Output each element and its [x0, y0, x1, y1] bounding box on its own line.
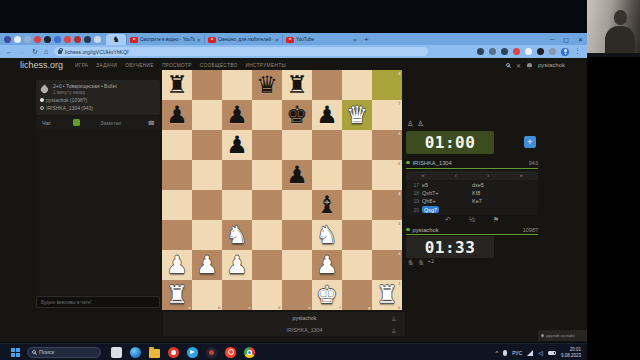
game-actions: ↶ ½ ⚑	[406, 214, 538, 225]
square-f1[interactable]: ♚f	[312, 280, 342, 310]
file-coordinate: g	[368, 305, 370, 310]
logged-in-username[interactable]: pystachok	[538, 62, 565, 68]
header-right: ✕ pystachok	[506, 58, 565, 72]
square-h6[interactable]: 6	[372, 130, 402, 160]
bottom-player-underline	[406, 234, 538, 235]
square-c5[interactable]	[222, 160, 252, 190]
nav-item-5[interactable]: СООБЩЕСТВО	[200, 63, 238, 68]
black-rook: ♜	[166, 70, 188, 100]
game-meta-line1: 2+0 • Товарищеская • Bullet	[53, 83, 156, 89]
black-pawn: ♟	[166, 100, 188, 130]
move-row: 18Qxh7+Kf8	[406, 189, 538, 197]
lichess-favicon-knight-icon: ♞	[112, 36, 119, 44]
active-tab-lichess[interactable]: ♞	[106, 34, 126, 45]
white-player-row[interactable]: pystachok (1098?)	[40, 97, 156, 103]
takeback-icon[interactable]: ↶	[445, 215, 451, 225]
square-f5[interactable]	[312, 160, 342, 190]
search-icon	[32, 350, 36, 354]
white-clock-time: 01:33	[425, 238, 476, 257]
crosstable-row[interactable]: IRISHKA_1304♙	[163, 324, 405, 336]
extension-icon[interactable]	[513, 48, 520, 55]
back-icon[interactable]: ←	[6, 48, 13, 55]
move-black[interactable]: dxe5	[472, 182, 522, 188]
square-e7[interactable]: ♚	[282, 100, 312, 130]
chess-board: ♜♛♜8♟♟♚♟♛7♟6♟5♝4♞♞3♟♟♟♟2♜abcde♚fg♜h1	[162, 70, 402, 310]
file-coordinate: c	[248, 305, 250, 310]
square-g2[interactable]	[342, 250, 372, 280]
pinned-tab-icon[interactable]	[74, 36, 81, 43]
extension-icon[interactable]	[477, 48, 484, 55]
square-c8[interactable]	[222, 70, 252, 100]
square-h1[interactable]: ♜h1	[372, 280, 402, 310]
pinned-tab-icon[interactable]	[14, 36, 21, 43]
square-d7[interactable]	[252, 100, 282, 130]
rank-coordinate: 4	[398, 191, 400, 196]
white-queen: ♛	[346, 100, 368, 130]
square-f8[interactable]	[312, 70, 342, 100]
profile-avatar[interactable]	[561, 48, 569, 56]
square-a3[interactable]	[162, 220, 192, 250]
square-c3[interactable]: ♞	[222, 220, 252, 250]
first-move-icon[interactable]: «	[421, 171, 424, 180]
square-g6[interactable]	[342, 130, 372, 160]
browser-menu-icon[interactable]: ⋮	[574, 47, 581, 55]
square-f2[interactable]: ♟	[312, 250, 342, 280]
white-clock: 01:33	[406, 236, 494, 258]
move-black[interactable]: Kf8	[472, 190, 522, 196]
white-pawn: ♟	[166, 250, 188, 280]
white-knight: ♞	[226, 220, 248, 250]
file-coordinate: a	[188, 305, 190, 310]
tab-title: Смешно, для любителей - Yo	[218, 37, 273, 42]
square-e2[interactable]	[282, 250, 312, 280]
top-player-row[interactable]: IRISHKA_1304 943	[406, 158, 538, 167]
chat-toggle[interactable]	[73, 119, 80, 126]
move-white[interactable]: Qxg7	[422, 207, 472, 213]
black-color-icon	[40, 106, 44, 110]
taskbar-app-opera[interactable]	[225, 347, 236, 358]
square-b6[interactable]	[192, 130, 222, 160]
lichess-logo[interactable]: lichess.org	[20, 60, 63, 70]
rank-coordinate: 2	[398, 251, 400, 256]
lichess-page: lichess.org ИГРАЗАДАЧИОБУЧЕНИЕПРОСМОТРСО…	[0, 58, 587, 342]
chat-input[interactable]	[36, 296, 160, 308]
square-h8[interactable]: 8	[372, 70, 402, 100]
square-c6[interactable]: ♟	[222, 130, 252, 160]
tab-close-icon[interactable]: ✕	[275, 37, 279, 43]
move-number: 19	[406, 198, 422, 204]
tab-title: Смотрите в видео - YouTube 5	[140, 37, 195, 42]
search-icon[interactable]	[506, 63, 510, 67]
friend-dot-icon	[541, 334, 544, 337]
address-bar[interactable]: lichess.org/IgVCUHuYhKQf	[54, 47, 428, 56]
youtube-favicon-icon	[286, 37, 294, 43]
square-d5[interactable]	[252, 160, 282, 190]
system-tray: ^ РУС ◁ 20:01 9.08.2023	[496, 344, 586, 360]
square-f6[interactable]	[312, 130, 342, 160]
square-c7[interactable]: ♟	[222, 100, 252, 130]
forward-icon[interactable]: →	[19, 48, 26, 55]
move-nav-strip: « ‹ › »	[406, 171, 538, 180]
crosstable-name: IRISHKA_1304	[163, 327, 391, 333]
bullet-icon	[40, 85, 50, 95]
taskbar-app-edge[interactable]	[130, 347, 141, 358]
square-h2[interactable]: 2	[372, 250, 402, 280]
extension-icon[interactable]	[501, 48, 508, 55]
notifications-bell-icon[interactable]	[527, 63, 532, 67]
volume-icon[interactable]: ◁	[538, 349, 543, 356]
file-coordinate: b	[218, 305, 220, 310]
taskbar-clock[interactable]: 20:01 9.08.2023	[561, 347, 585, 358]
pinned-tab-icon[interactable]	[4, 36, 11, 43]
square-d3[interactable]	[252, 220, 282, 250]
white-pawn: ♟	[316, 250, 338, 280]
black-pawn: ♟	[316, 100, 338, 130]
search-placeholder: Поиск	[39, 349, 54, 355]
taskbar-app-opera-red[interactable]	[168, 347, 179, 358]
file-coordinate: f	[339, 305, 340, 310]
top-player-name: IRISHKA_1304	[413, 160, 452, 166]
square-a8[interactable]: ♜	[162, 70, 192, 100]
taskbar-search[interactable]: Поиск	[27, 347, 101, 358]
square-c2[interactable]: ♟	[222, 250, 252, 280]
lichess-nav: ИГРАЗАДАЧИОБУЧЕНИЕПРОСМОТРСООБЩЕСТВОИНСТ…	[75, 63, 286, 68]
taskbar-app-task-view[interactable]	[111, 347, 122, 358]
tab-close-icon[interactable]: ✕	[197, 37, 201, 43]
browser-window: ♞ Смотрите в видео - YouTube 5✕Смешно, д…	[0, 33, 587, 342]
resign-flag-icon[interactable]: ⚑	[493, 215, 499, 225]
close-button[interactable]: ✕	[578, 36, 583, 43]
taskbar-app-telegram[interactable]	[187, 347, 198, 358]
challenges-icon[interactable]: ✕	[516, 62, 521, 69]
square-g4[interactable]	[342, 190, 372, 220]
top-player-rating: 943	[529, 160, 538, 166]
move-white[interactable]: e5	[422, 182, 472, 188]
tray-mic-icon[interactable]	[503, 350, 507, 356]
bottom-player-name: pystachok	[413, 227, 439, 233]
square-a1[interactable]: ♜a	[162, 280, 192, 310]
rank-coordinate: 6	[398, 131, 400, 136]
square-d2[interactable]	[252, 250, 282, 280]
move-row: 17e5dxe5	[406, 181, 538, 189]
move-row: 19Qh8+Ke7	[406, 197, 538, 205]
black-bishop: ♝	[316, 190, 338, 220]
network-icon[interactable]	[527, 350, 533, 356]
square-g5[interactable]	[342, 160, 372, 190]
crosstable-name: pystachok	[163, 315, 391, 321]
square-e6[interactable]	[282, 130, 312, 160]
nav-item-1[interactable]: ИГРА	[75, 63, 88, 68]
reload-icon[interactable]: ↻	[32, 48, 38, 55]
home-icon[interactable]: ⌂	[44, 48, 48, 55]
square-d4[interactable]	[252, 190, 282, 220]
webcam-bottom-strip	[587, 53, 640, 57]
square-g3[interactable]	[342, 220, 372, 250]
browser-tab-3[interactable]: YouTube✕	[282, 34, 360, 45]
windows-taskbar: Поиск ^ РУС ◁ 20:01 9.08.2023	[0, 343, 587, 360]
square-e8[interactable]: ♜	[282, 70, 312, 100]
black-pawn: ♟	[286, 160, 308, 190]
square-a4[interactable]	[162, 190, 192, 220]
taskbar-date: 9.08.2023	[561, 353, 581, 359]
game-meta-line2: 1 минуту назад	[53, 90, 156, 95]
person-head	[614, 10, 627, 25]
black-player-label: IRISHKA_1304 (943)	[46, 105, 93, 111]
chat-tabs-row: Чат Заметки ☎	[36, 116, 160, 129]
square-a5[interactable]	[162, 160, 192, 190]
square-d6[interactable]	[252, 130, 282, 160]
captured-by-black-tray: ♙ ♙	[407, 120, 425, 128]
square-g7[interactable]: ♛	[342, 100, 372, 130]
move-list: 17e5dxe518Qxh7+Kf819Qh8+Ke720Qxg7	[406, 180, 538, 215]
nav-item-3[interactable]: ОБУЧЕНИЕ	[125, 63, 154, 68]
battery-icon[interactable]	[548, 351, 556, 355]
new-tab-button[interactable]: +	[364, 35, 369, 44]
rank-coordinate: 5	[398, 161, 400, 166]
square-b5[interactable]	[192, 160, 222, 190]
friends-online-label: другой онлайн	[546, 333, 575, 338]
square-b2[interactable]: ♟	[192, 250, 222, 280]
black-king: ♚	[286, 100, 308, 130]
rank-coordinate: 1	[398, 281, 400, 286]
taskbar-apps	[111, 347, 255, 358]
tab-notes[interactable]: Заметки	[100, 120, 121, 126]
rank-coordinate: 3	[398, 221, 400, 226]
screen: ♞ Смотрите в видео - YouTube 5✕Смешно, д…	[0, 0, 640, 360]
square-h3[interactable]: 3	[372, 220, 402, 250]
material-advantage: +2	[428, 258, 435, 264]
square-b1[interactable]: b	[192, 280, 222, 310]
pinned-tab-icon[interactable]	[34, 36, 41, 43]
taskbar-app-obs[interactable]	[206, 347, 217, 358]
zen-phone-icon[interactable]: ☎	[148, 119, 155, 126]
start-button[interactable]	[11, 348, 20, 357]
youtube-favicon-icon	[208, 37, 216, 43]
browser-tab-1[interactable]: Смотрите в видео - YouTube 5✕	[126, 34, 204, 45]
square-b3[interactable]	[192, 220, 222, 250]
black-pawn: ♟	[226, 100, 248, 130]
move-number: 18	[406, 190, 422, 196]
url-text: lichess.org/IgVCUHuYhKQf	[65, 49, 128, 55]
language-indicator[interactable]: РУС	[512, 350, 522, 356]
pinned-tab-icon[interactable]	[54, 36, 61, 43]
square-f3[interactable]: ♞	[312, 220, 342, 250]
online-dot-icon	[406, 161, 410, 165]
crosstable-pawn-icon: ♙	[391, 315, 405, 322]
square-h7[interactable]: 7	[372, 100, 402, 130]
nav-item-6[interactable]: ИНСТРУМЕНТЫ	[246, 63, 286, 68]
square-e3[interactable]	[282, 220, 312, 250]
black-clock: 01:00	[406, 131, 494, 154]
browser-tabs: Смотрите в видео - YouTube 5✕Смешно, для…	[126, 33, 360, 45]
bottom-player-row[interactable]: pystachok 1098?	[406, 225, 538, 234]
pinned-tab-icon[interactable]	[94, 36, 101, 43]
white-pawn: ♟	[226, 250, 248, 280]
window-controls: ─ ▢ ✕	[550, 33, 583, 45]
minimize-button[interactable]: ─	[550, 36, 554, 42]
file-coordinate: h	[398, 305, 400, 310]
youtube-favicon-icon	[130, 37, 138, 43]
white-color-icon	[40, 98, 44, 102]
black-pawn: ♟	[226, 130, 248, 160]
white-knight: ♞	[316, 220, 338, 250]
square-d1[interactable]: d	[252, 280, 282, 310]
square-a2[interactable]: ♟	[162, 250, 192, 280]
square-g8[interactable]	[342, 70, 372, 100]
square-h5[interactable]: 5	[372, 160, 402, 190]
crosstable-row[interactable]: pystachok♙	[163, 312, 405, 324]
extension-icon[interactable]	[489, 48, 496, 55]
prev-move-icon[interactable]: ‹	[455, 171, 457, 180]
white-pawn: ♟	[196, 250, 218, 280]
rank-coordinate: 7	[398, 101, 400, 106]
extension-icon[interactable]	[537, 48, 544, 55]
pinned-tab-icon[interactable]	[64, 36, 71, 43]
chat-messages-area	[36, 129, 160, 295]
last-move-icon[interactable]: »	[519, 171, 522, 180]
online-dot-icon	[406, 228, 410, 232]
offer-draw-icon[interactable]: ½	[469, 215, 475, 225]
black-queen: ♛	[256, 70, 278, 100]
square-h4[interactable]: 4	[372, 190, 402, 220]
white-king: ♚	[316, 280, 338, 310]
lock-icon	[58, 50, 62, 54]
next-move-icon[interactable]: ›	[487, 171, 489, 180]
nav-item-4[interactable]: ПРОСМОТР	[162, 63, 192, 68]
square-c1[interactable]: c	[222, 280, 252, 310]
white-rook: ♜	[166, 280, 188, 310]
square-f7[interactable]: ♟	[312, 100, 342, 130]
captured-by-white-tray: ♞ ♞ +2	[407, 258, 435, 267]
person-torso	[605, 26, 635, 53]
browser-tab-2[interactable]: Смешно, для любителей - Yo✕	[204, 34, 282, 45]
crosstable: pystachok♙IRISHKA_1304♙	[163, 312, 405, 336]
black-player-row[interactable]: IRISHKA_1304 (943)	[40, 105, 156, 111]
taskbar-app-chrome[interactable]	[244, 347, 255, 358]
game-meta-box: 2+0 • Товарищеская • Bullet 1 минуту наз…	[36, 80, 160, 115]
maximize-button[interactable]: ▢	[563, 36, 569, 43]
square-f4[interactable]: ♝	[312, 190, 342, 220]
white-rook: ♜	[376, 280, 398, 310]
tab-chat[interactable]: Чат	[42, 120, 51, 126]
webcam-overlay	[587, 0, 640, 53]
taskbar-app-explorer[interactable]	[149, 349, 160, 358]
square-e4[interactable]	[282, 190, 312, 220]
top-player-underline	[406, 168, 538, 169]
square-b7[interactable]	[192, 100, 222, 130]
square-g1[interactable]: g	[342, 280, 372, 310]
square-e1[interactable]: e	[282, 280, 312, 310]
pinned-tab-icon[interactable]	[44, 36, 51, 43]
tab-close-icon[interactable]: ✕	[353, 37, 357, 43]
move-number: 17	[406, 182, 422, 188]
square-e5[interactable]: ♟	[282, 160, 312, 190]
captured-knights: ♞ ♞	[407, 258, 425, 267]
move-number: 20	[406, 207, 422, 213]
crosstable-pawn-icon: ♙	[391, 327, 405, 334]
move-row: 20Qxg7	[406, 206, 538, 214]
black-rook: ♜	[286, 70, 308, 100]
black-clock-time: 01:00	[425, 133, 476, 152]
square-b8[interactable]	[192, 70, 222, 100]
browser-tab-strip: ♞ Смотрите в видео - YouTube 5✕Смешно, д…	[0, 33, 587, 45]
extension-icon[interactable]	[525, 48, 532, 55]
square-a6[interactable]	[162, 130, 192, 160]
square-d8[interactable]: ♛	[252, 70, 282, 100]
tab-title: YouTube	[296, 37, 351, 42]
give-more-time-button[interactable]: +	[524, 136, 536, 148]
extension-icons	[477, 45, 569, 58]
pinned-tab-icon[interactable]	[24, 36, 31, 43]
bottom-player-rating: 1098?	[523, 227, 538, 233]
move-white[interactable]: Qxh7+	[422, 190, 472, 196]
file-coordinate: e	[308, 305, 310, 310]
file-coordinate: d	[278, 305, 280, 310]
friends-online-bar[interactable]: другой онлайн	[538, 330, 587, 341]
square-c4[interactable]	[222, 190, 252, 220]
nav-item-2[interactable]: ЗАДАЧИ	[96, 63, 117, 68]
rank-coordinate: 8	[398, 71, 400, 76]
move-white[interactable]: Qh8+	[422, 198, 472, 204]
white-player-label: pystachok (1098?)	[46, 97, 87, 103]
move-black[interactable]: Ke7	[472, 198, 522, 204]
square-b4[interactable]	[192, 190, 222, 220]
square-a7[interactable]: ♟	[162, 100, 192, 130]
tray-chevron-icon[interactable]: ^	[496, 350, 499, 356]
pinned-tabs	[4, 36, 101, 43]
pinned-tab-icon[interactable]	[84, 36, 91, 43]
extension-icon[interactable]	[549, 48, 556, 55]
